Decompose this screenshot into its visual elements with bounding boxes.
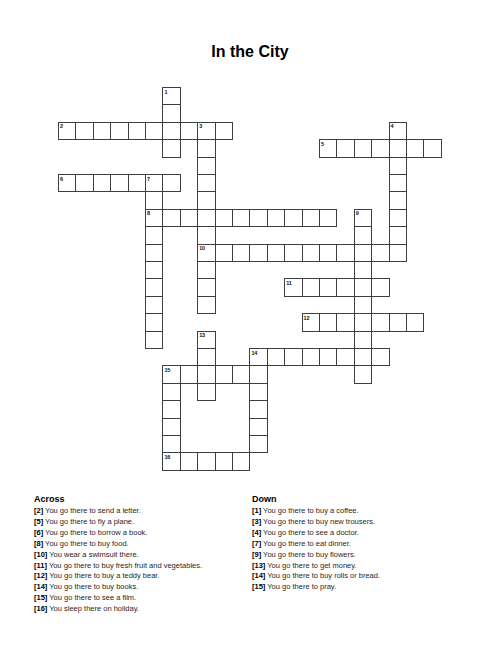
grid-cell[interactable] (267, 209, 285, 227)
grid-cell[interactable] (302, 278, 320, 296)
grid-cell[interactable]: 7 (145, 174, 163, 192)
clue-number: 2 (60, 123, 63, 129)
grid-cell[interactable] (162, 383, 180, 401)
down-heading: Down (252, 494, 380, 505)
clue-number-label: [14] (252, 571, 265, 580)
grid-cell[interactable] (354, 313, 372, 331)
grid-cell[interactable] (389, 209, 407, 227)
clue-number-label: [10] (34, 550, 47, 559)
clue-item: [16] You sleep there on holiday. (34, 604, 202, 615)
grid-cell[interactable] (354, 226, 372, 244)
grid-cell[interactable] (354, 244, 372, 262)
down-clue-list: [1] You go there to buy a coffee.[3] You… (252, 506, 380, 593)
clue-number-label: [15] (252, 582, 265, 591)
grid-cell[interactable] (249, 435, 267, 453)
clue-number-label: [5] (34, 517, 43, 526)
clue-item: [2] You go there to send a letter. (34, 506, 202, 517)
grid-cell[interactable] (162, 139, 180, 157)
grid-cell[interactable] (423, 139, 441, 157)
clue-number: 13 (199, 332, 205, 338)
grid-cell[interactable] (232, 452, 250, 470)
grid-cell[interactable] (145, 261, 163, 279)
grid-cell[interactable] (145, 226, 163, 244)
grid-cell[interactable] (371, 139, 389, 157)
clue-item: [4] You go there to see a doctor. (252, 528, 380, 539)
clue-number-label: [8] (34, 539, 43, 548)
grid-cell[interactable] (336, 278, 354, 296)
clue-number: 6 (60, 176, 63, 182)
grid-cell[interactable] (284, 244, 302, 262)
grid-cell[interactable] (249, 400, 267, 418)
grid-cell[interactable] (93, 122, 111, 140)
grid-cell[interactable]: 10 (197, 244, 215, 262)
clue-number-label: [13] (252, 561, 265, 570)
grid-cell[interactable]: 4 (389, 122, 407, 140)
grid-cell[interactable] (197, 157, 215, 175)
grid-cell[interactable] (371, 278, 389, 296)
grid-cell[interactable] (128, 122, 146, 140)
grid-cell[interactable] (215, 365, 233, 383)
clue-item: [5] You go there to fly a plane. (34, 517, 202, 528)
clue-item: [14] You go there to buy rolls or bread. (252, 571, 380, 582)
grid-cell[interactable] (371, 313, 389, 331)
grid-cell[interactable] (319, 209, 337, 227)
clue-item: [12] You go there to buy a teddy bear. (34, 571, 202, 582)
grid-cell[interactable] (354, 348, 372, 366)
grid-cell[interactable] (197, 139, 215, 157)
grid-cell[interactable] (197, 191, 215, 209)
grid-cell[interactable] (162, 400, 180, 418)
grid-cell[interactable] (145, 313, 163, 331)
grid-cell[interactable] (197, 226, 215, 244)
clue-number-label: [1] (252, 506, 261, 515)
clue-number: 1 (164, 89, 167, 95)
clue-number: 3 (199, 123, 202, 129)
grid-cell[interactable] (336, 348, 354, 366)
clue-number: 12 (304, 315, 310, 321)
grid-cell[interactable] (197, 278, 215, 296)
clue-number-label: [12] (34, 571, 47, 580)
grid-cell[interactable] (232, 365, 250, 383)
grid-cell[interactable] (162, 435, 180, 453)
grid-cell[interactable] (371, 244, 389, 262)
clue-item: [11] You go there to buy fresh fruit and… (34, 561, 202, 572)
grid-cell[interactable] (180, 365, 198, 383)
grid-cell[interactable] (319, 278, 337, 296)
clue-item: [8] You go there to buy food. (34, 539, 202, 550)
grid-cell[interactable]: 14 (249, 348, 267, 366)
grid-cell[interactable] (145, 122, 163, 140)
clue-item: [15] You go there to see a film. (34, 593, 202, 604)
grid-cell[interactable] (319, 313, 337, 331)
grid-cell[interactable] (145, 278, 163, 296)
grid-cell[interactable] (354, 365, 372, 383)
clue-number: 16 (164, 454, 170, 460)
clue-number-label: [4] (252, 528, 261, 537)
grid-cell[interactable] (354, 331, 372, 349)
grid-cell[interactable] (336, 139, 354, 157)
clue-item: [10] You wear a swimsuit there. (34, 550, 202, 561)
clue-number-label: [6] (34, 528, 43, 537)
puzzle-title: In the City (0, 43, 500, 60)
clue-item: [9] You go there to buy flowers. (252, 550, 380, 561)
grid-cell[interactable]: 15 (162, 365, 180, 383)
grid-cell[interactable]: 5 (319, 139, 337, 157)
grid-cell[interactable] (215, 452, 233, 470)
clue-number-label: [15] (34, 593, 47, 602)
grid-cell[interactable]: 16 (162, 452, 180, 470)
grid-cell[interactable] (162, 122, 180, 140)
grid-cell[interactable] (162, 104, 180, 122)
grid-cell[interactable] (406, 313, 424, 331)
grid-cell[interactable] (75, 122, 93, 140)
grid-cell[interactable] (197, 383, 215, 401)
grid-cell[interactable] (75, 174, 93, 192)
grid-cell[interactable] (110, 174, 128, 192)
clue-item: [3] You go there to buy new trousers. (252, 517, 380, 528)
grid-cell[interactable]: 1 (162, 87, 180, 105)
grid-cell[interactable] (336, 313, 354, 331)
grid-cell[interactable] (302, 209, 320, 227)
clue-number: 10 (199, 245, 205, 251)
grid-cell[interactable] (302, 348, 320, 366)
grid-cell[interactable] (180, 209, 198, 227)
grid-cell[interactable] (389, 157, 407, 175)
grid-cell[interactable]: 11 (284, 278, 302, 296)
grid-cell[interactable] (145, 244, 163, 262)
grid-cell[interactable] (336, 244, 354, 262)
grid-cell[interactable] (389, 174, 407, 192)
clue-number: 4 (391, 123, 394, 129)
grid-cell[interactable] (232, 244, 250, 262)
grid-cell[interactable] (180, 122, 198, 140)
grid-cell[interactable] (197, 296, 215, 314)
clue-item: [13] You go there to get money. (252, 561, 380, 572)
clue-number-label: [14] (34, 582, 47, 591)
grid-cell[interactable] (215, 244, 233, 262)
grid-cell[interactable] (197, 452, 215, 470)
grid-cell[interactable]: 12 (302, 313, 320, 331)
grid-cell[interactable] (389, 191, 407, 209)
grid-cell[interactable] (162, 418, 180, 436)
grid-cell[interactable] (128, 174, 146, 192)
clue-item: [14] You go there to buy books. (34, 582, 202, 593)
grid-cell[interactable] (197, 365, 215, 383)
grid-cell[interactable] (232, 209, 250, 227)
grid-cell[interactable] (249, 418, 267, 436)
grid-cell[interactable] (354, 278, 372, 296)
grid-cell[interactable]: 13 (197, 331, 215, 349)
grid-cell[interactable] (284, 348, 302, 366)
grid-cell[interactable] (389, 244, 407, 262)
grid-cell[interactable] (354, 261, 372, 279)
grid-cell[interactable]: 8 (145, 209, 163, 227)
grid-cell[interactable] (302, 244, 320, 262)
clue-number-label: [16] (34, 604, 47, 613)
clue-number: 5 (321, 141, 324, 147)
grid-cell[interactable] (354, 139, 372, 157)
grid-cell[interactable] (319, 348, 337, 366)
across-clue-list: [2] You go there to send a letter.[5] Yo… (34, 506, 202, 615)
clue-item: [7] You go there to eat dinner. (252, 539, 380, 550)
grid-cell[interactable]: 3 (197, 122, 215, 140)
grid-cell[interactable] (284, 209, 302, 227)
grid-cell[interactable] (162, 209, 180, 227)
grid-cell[interactable] (145, 296, 163, 314)
grid-cell[interactable] (197, 261, 215, 279)
clue-item: [15] You go there to pray. (252, 582, 380, 593)
grid-cell[interactable] (406, 139, 424, 157)
clue-number: 14 (251, 350, 257, 356)
across-clues-section: Across [2] You go there to send a letter… (34, 494, 202, 615)
grid-cell[interactable] (215, 122, 233, 140)
clue-number-label: [9] (252, 550, 261, 559)
clue-number: 9 (356, 210, 359, 216)
grid-cell[interactable] (180, 452, 198, 470)
grid-cell[interactable] (249, 365, 267, 383)
grid-cell[interactable] (371, 348, 389, 366)
grid-cell[interactable]: 6 (58, 174, 76, 192)
grid-cell[interactable] (110, 122, 128, 140)
clue-number: 15 (164, 367, 170, 373)
grid-cell[interactable] (249, 244, 267, 262)
grid-cell[interactable] (389, 139, 407, 157)
clue-number-label: [7] (252, 539, 261, 548)
clue-number: 11 (286, 280, 291, 286)
across-heading: Across (34, 494, 202, 505)
clue-number: 7 (147, 176, 150, 182)
grid-cell[interactable] (215, 209, 233, 227)
grid-cell[interactable] (389, 226, 407, 244)
grid-cell[interactable] (319, 244, 337, 262)
crossword-grid: 12345678910111213141516 (58, 87, 442, 471)
grid-cell[interactable] (197, 348, 215, 366)
clue-number: 8 (147, 210, 150, 216)
grid-cell[interactable] (145, 191, 163, 209)
grid-cell[interactable]: 9 (354, 209, 372, 227)
clue-number-label: [2] (34, 506, 43, 515)
grid-cell[interactable] (249, 209, 267, 227)
grid-cell[interactable] (162, 174, 180, 192)
grid-cell[interactable] (197, 209, 215, 227)
clue-item: [1] You go there to buy a coffee. (252, 506, 380, 517)
grid-cell[interactable] (197, 174, 215, 192)
grid-cell[interactable] (354, 296, 372, 314)
grid-cell[interactable]: 2 (58, 122, 76, 140)
clue-item: [6] You go there to borrow a book. (34, 528, 202, 539)
clue-number-label: [3] (252, 517, 261, 526)
grid-cell[interactable] (267, 244, 285, 262)
grid-cell[interactable] (267, 348, 285, 366)
clue-number-label: [11] (34, 561, 47, 570)
grid-cell[interactable] (389, 313, 407, 331)
grid-cell[interactable] (145, 331, 163, 349)
grid-cell[interactable] (93, 174, 111, 192)
grid-cell[interactable] (249, 383, 267, 401)
crossword-page: In the City 12345678910111213141516 Acro… (0, 0, 500, 647)
down-clues-section: Down [1] You go there to buy a coffee.[3… (252, 494, 380, 593)
